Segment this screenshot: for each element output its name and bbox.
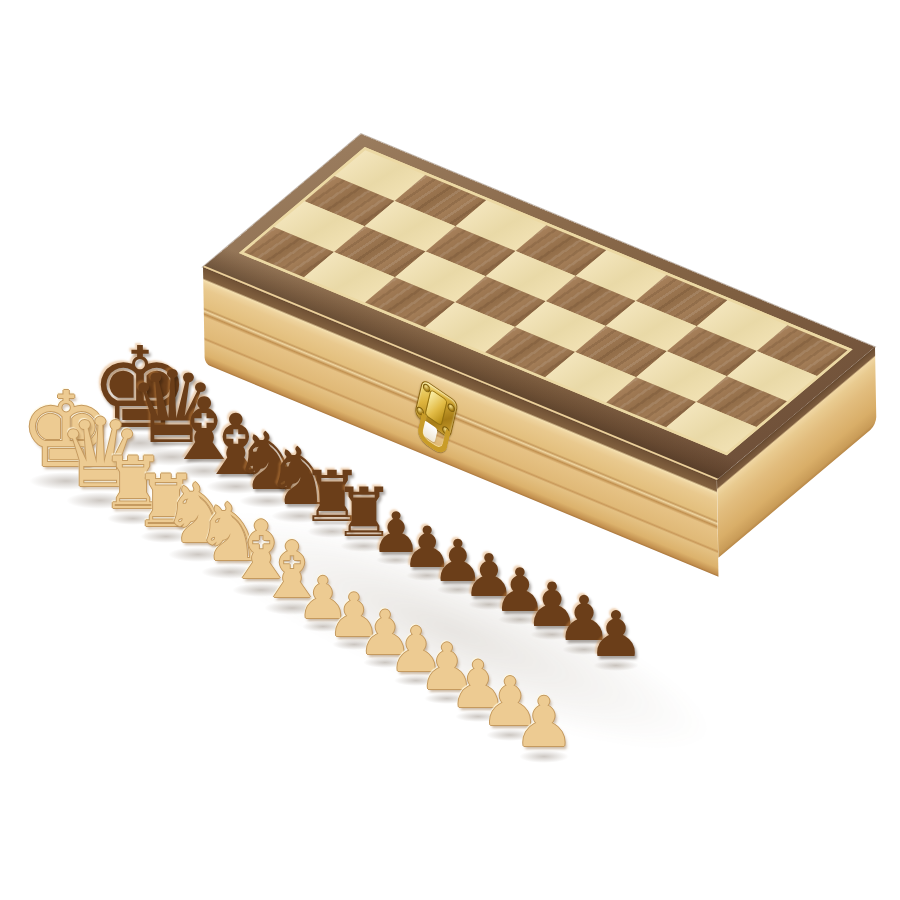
light-pawn: ♟ (513, 688, 575, 757)
dark-pawn: ♟ (588, 603, 644, 666)
brass-clasp (407, 376, 460, 459)
product-photo-scene: ♚♛♝♝♞♞♜♜♟♟♟♟♟♟♟♟♚♛♜♜♞♞♝♝♟♟♟♟♟♟♟♟ (0, 0, 900, 900)
